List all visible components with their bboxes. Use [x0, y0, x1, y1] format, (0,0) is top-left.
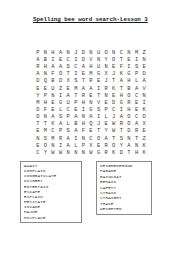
- grid-cell-r15c10[interactable]: R: [102, 150, 110, 157]
- grid-cell-r6c13[interactable]: B: [125, 86, 133, 93]
- grid-cell-r5c14[interactable]: L: [133, 79, 141, 86]
- grid-cell-r12c15[interactable]: E: [140, 129, 148, 136]
- grid-cell-r5c5[interactable]: X: [64, 79, 72, 86]
- grid-cell-r7c11[interactable]: E: [110, 93, 118, 100]
- grid-cell-r12c14[interactable]: R: [133, 129, 141, 136]
- puzzle-title: Spelling bee word search-Lesson 3: [33, 16, 153, 23]
- grid-cell-r12c3[interactable]: C: [49, 129, 57, 136]
- grid-cell-r7c5[interactable]: A: [64, 93, 72, 100]
- grid-cell-r6c15[interactable]: V: [140, 86, 148, 93]
- grid-cell-r7c2[interactable]: P: [42, 93, 50, 100]
- grid-cell-r12c6[interactable]: A: [72, 129, 80, 136]
- grid-cell-r5c6[interactable]: S: [72, 79, 80, 86]
- grid-cell-r7c7[interactable]: R: [80, 93, 88, 100]
- grid-cell-r6c7[interactable]: A: [80, 86, 88, 93]
- grid-cell-r14c5[interactable]: A: [64, 143, 72, 150]
- grid-cell-r14c3[interactable]: N: [49, 143, 57, 150]
- grid-cell-r13c5[interactable]: A: [64, 136, 72, 143]
- grid-cell-r7c4[interactable]: I: [57, 93, 65, 100]
- grid-cell-r5c12[interactable]: A: [118, 79, 126, 86]
- grid-cell-r5c4[interactable]: D: [57, 79, 65, 86]
- grid-cell-r5c1[interactable]: D: [34, 79, 42, 86]
- grid-cell-r6c2[interactable]: E: [42, 86, 50, 93]
- grid-cell-r15c14[interactable]: H: [133, 150, 141, 157]
- grid-cell-r15c6[interactable]: N: [72, 150, 80, 157]
- word-search-grid: PNHANJDNUONCNMZABIECIDVNYOTEINRHAASCAHUN…: [34, 50, 148, 157]
- grid-cell-r15c2[interactable]: Y: [42, 150, 50, 157]
- grid-cell-r15c13[interactable]: T: [125, 150, 133, 157]
- grid-cell-r7c13[interactable]: O: [125, 93, 133, 100]
- grid-cell-r7c3[interactable]: N: [49, 93, 57, 100]
- grid-cell-r15c5[interactable]: N: [64, 150, 72, 157]
- grid-cell-r12c2[interactable]: M: [42, 129, 50, 136]
- grid-cell-r5c7[interactable]: T: [80, 79, 88, 86]
- grid-cell-r14c7[interactable]: P: [80, 143, 88, 150]
- grid-cell-r5c9[interactable]: E: [95, 79, 103, 86]
- word-list-right: NEIGHBORHOODPARADERAINCOATREMAINSAFETYST…: [96, 161, 152, 215]
- grid-cell-r15c11[interactable]: K: [110, 150, 118, 157]
- grid-cell-r6c8[interactable]: A: [87, 86, 95, 93]
- grid-cell-r5c2[interactable]: Q: [42, 79, 50, 86]
- grid-cell-r5c11[interactable]: T: [110, 79, 118, 86]
- grid-cell-r12c13[interactable]: D: [125, 129, 133, 136]
- grid-cell-r14c11[interactable]: O: [110, 143, 118, 150]
- grid-cell-r14c2[interactable]: O: [42, 143, 50, 150]
- grid-cell-r12c10[interactable]: Y: [102, 129, 110, 136]
- grid-cell-r14c12[interactable]: Y: [118, 143, 126, 150]
- grid-cell-r6c9[interactable]: I: [95, 86, 103, 93]
- grid-cell-r14c8[interactable]: X: [87, 143, 95, 150]
- grid-cell-r7c10[interactable]: N: [102, 93, 110, 100]
- grid-cell-r14c1[interactable]: E: [34, 143, 42, 150]
- grid-cell-r14c4[interactable]: I: [57, 143, 65, 150]
- grid-cell-r12c9[interactable]: T: [95, 129, 103, 136]
- grid-cell-r7c9[interactable]: T: [95, 93, 103, 100]
- word-list-item: MISPLACE: [24, 216, 80, 221]
- grid-cell-r14c9[interactable]: E: [95, 143, 103, 150]
- grid-cell-r5c3[interactable]: B: [49, 79, 57, 86]
- grid-cell-r13c6[interactable]: I: [72, 136, 80, 143]
- grid-cell-r14c15[interactable]: K: [140, 143, 148, 150]
- grid-cell-r6c6[interactable]: M: [72, 86, 80, 93]
- grid-cell-r13c3[interactable]: M: [49, 136, 57, 143]
- grid-cell-r13c12[interactable]: S: [118, 136, 126, 143]
- word-list-item: WEIGHTED: [100, 207, 150, 212]
- word-list-left: AWAITCOMPLAINCONGRATULATEDISOBEYENTERTAI…: [20, 161, 82, 223]
- worksheet-page: Spelling bee word search-Lesson 3 PNHANJ…: [0, 0, 180, 256]
- grid-cell-r5c10[interactable]: J: [102, 79, 110, 86]
- grid-cell-r15c4[interactable]: W: [57, 150, 65, 157]
- grid-cell-r7c1[interactable]: Y: [34, 93, 42, 100]
- grid-cell-r13c10[interactable]: A: [102, 136, 110, 143]
- grid-cell-r14c6[interactable]: L: [72, 143, 80, 150]
- grid-cell-r6c11[interactable]: K: [110, 86, 118, 93]
- grid-cell-r6c12[interactable]: T: [118, 86, 126, 93]
- grid-cell-r13c8[interactable]: C: [87, 136, 95, 143]
- grid-cell-r5c8[interactable]: R: [87, 79, 95, 86]
- grid-cell-r12c5[interactable]: S: [64, 129, 72, 136]
- grid-cell-r14c10[interactable]: R: [102, 143, 110, 150]
- grid-cell-r13c2[interactable]: S: [42, 136, 50, 143]
- grid-cell-r15c9[interactable]: G: [95, 150, 103, 157]
- grid-cell-r15c15[interactable]: K: [140, 150, 148, 157]
- grid-cell-r7c14[interactable]: C: [133, 93, 141, 100]
- grid-cell-r6c3[interactable]: U: [49, 86, 57, 93]
- grid-cell-r5c15[interactable]: A: [140, 79, 148, 86]
- grid-cell-r12c11[interactable]: W: [110, 129, 118, 136]
- grid-cell-r12c7[interactable]: F: [80, 129, 88, 136]
- grid-cell-r14c13[interactable]: A: [125, 143, 133, 150]
- grid-cell-r13c7[interactable]: N: [80, 136, 88, 143]
- grid-cell-r13c15[interactable]: Z: [140, 136, 148, 143]
- grid-cell-r15c7[interactable]: N: [80, 150, 88, 157]
- grid-cell-r15c1[interactable]: C: [34, 150, 42, 157]
- grid-cell-r13c14[interactable]: T: [133, 136, 141, 143]
- grid-cell-r7c12[interactable]: H: [118, 93, 126, 100]
- grid-cell-r7c6[interactable]: T: [72, 93, 80, 100]
- grid-cell-r14c14[interactable]: N: [133, 143, 141, 150]
- grid-cell-r6c1[interactable]: E: [34, 86, 42, 93]
- grid-cell-r12c8[interactable]: E: [87, 129, 95, 136]
- grid-cell-r12c4[interactable]: P: [57, 129, 65, 136]
- grid-cell-r7c8[interactable]: E: [87, 93, 95, 100]
- grid-cell-r13c11[interactable]: T: [110, 136, 118, 143]
- grid-cell-r15c12[interactable]: D: [118, 150, 126, 157]
- grid-cell-r6c5[interactable]: E: [64, 86, 72, 93]
- grid-cell-r6c14[interactable]: A: [133, 86, 141, 93]
- grid-cell-r12c12[interactable]: T: [118, 129, 126, 136]
- grid-cell-r13c9[interactable]: O: [95, 136, 103, 143]
- grid-cell-r7c15[interactable]: N: [140, 93, 148, 100]
- grid-cell-r6c10[interactable]: R: [102, 86, 110, 93]
- grid-cell-r15c3[interactable]: W: [49, 150, 57, 157]
- grid-cell-r12c1[interactable]: E: [34, 129, 42, 136]
- grid-cell-r13c1[interactable]: N: [34, 136, 42, 143]
- grid-cell-r13c4[interactable]: R: [57, 136, 65, 143]
- grid-cell-r15c8[interactable]: W: [87, 150, 95, 157]
- grid-cell-r13c13[interactable]: N: [125, 136, 133, 143]
- grid-cell-r6c4[interactable]: Z: [57, 86, 65, 93]
- grid-cell-r5c13[interactable]: H: [125, 79, 133, 86]
